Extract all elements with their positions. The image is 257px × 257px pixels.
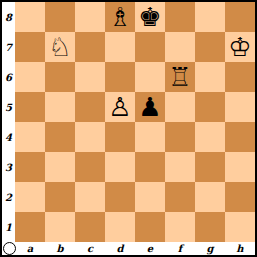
rank-label-6: 6 xyxy=(2,62,15,92)
square-g1[interactable] xyxy=(195,212,225,242)
square-c1[interactable] xyxy=(75,212,105,242)
square-e1[interactable] xyxy=(135,212,165,242)
square-e7[interactable] xyxy=(135,32,165,62)
square-g6[interactable] xyxy=(195,62,225,92)
rank-label-4: 4 xyxy=(2,122,15,152)
square-d7[interactable] xyxy=(105,32,135,62)
square-g4[interactable] xyxy=(195,122,225,152)
rank-labels: 87654321 xyxy=(2,2,15,242)
square-c4[interactable] xyxy=(75,122,105,152)
square-d6[interactable] xyxy=(105,62,135,92)
piece-white-king-h7: ♔ xyxy=(228,32,251,62)
square-e6[interactable] xyxy=(135,62,165,92)
square-g2[interactable] xyxy=(195,182,225,212)
square-h7[interactable]: ♔ xyxy=(225,32,255,62)
square-b8[interactable] xyxy=(45,2,75,32)
piece-white-rook-f6: ♖ xyxy=(168,62,191,92)
square-g8[interactable] xyxy=(195,2,225,32)
piece-black-pawn-e5: ♟ xyxy=(138,92,161,122)
file-label-f: f xyxy=(165,242,195,255)
square-c6[interactable] xyxy=(75,62,105,92)
square-f3[interactable] xyxy=(165,152,195,182)
file-label-b: b xyxy=(45,242,75,255)
square-b2[interactable] xyxy=(45,182,75,212)
square-d4[interactable] xyxy=(105,122,135,152)
rank-label-3: 3 xyxy=(2,152,15,182)
square-h8[interactable] xyxy=(225,2,255,32)
square-a4[interactable] xyxy=(15,122,45,152)
square-f1[interactable] xyxy=(165,212,195,242)
square-b4[interactable] xyxy=(45,122,75,152)
square-d1[interactable] xyxy=(105,212,135,242)
file-label-d: d xyxy=(105,242,135,255)
rank-label-8: 8 xyxy=(2,2,15,32)
square-h4[interactable] xyxy=(225,122,255,152)
file-label-e: e xyxy=(135,242,165,255)
square-c7[interactable] xyxy=(75,32,105,62)
square-g5[interactable] xyxy=(195,92,225,122)
file-label-h: h xyxy=(225,242,255,255)
square-h6[interactable] xyxy=(225,62,255,92)
file-labels: abcdefgh xyxy=(15,242,255,255)
square-a1[interactable] xyxy=(15,212,45,242)
square-e2[interactable] xyxy=(135,182,165,212)
file-label-a: a xyxy=(15,242,45,255)
white-to-move-indicator xyxy=(3,242,16,255)
square-e3[interactable] xyxy=(135,152,165,182)
square-a7[interactable] xyxy=(15,32,45,62)
chessboard: ♗♚♘♔♖♙♟ xyxy=(15,2,255,242)
square-b3[interactable] xyxy=(45,152,75,182)
square-b7[interactable]: ♘ xyxy=(45,32,75,62)
rank-label-2: 2 xyxy=(2,182,15,212)
rank-label-7: 7 xyxy=(2,32,15,62)
piece-black-king-e8: ♚ xyxy=(138,2,161,32)
square-e4[interactable] xyxy=(135,122,165,152)
square-d2[interactable] xyxy=(105,182,135,212)
square-b1[interactable] xyxy=(45,212,75,242)
rank-label-5: 5 xyxy=(2,92,15,122)
square-e5[interactable]: ♟ xyxy=(135,92,165,122)
square-h3[interactable] xyxy=(225,152,255,182)
piece-white-knight-b7: ♘ xyxy=(48,32,71,62)
square-f5[interactable] xyxy=(165,92,195,122)
square-a2[interactable] xyxy=(15,182,45,212)
square-c2[interactable] xyxy=(75,182,105,212)
square-d8[interactable]: ♗ xyxy=(105,2,135,32)
piece-white-bishop-d8: ♗ xyxy=(108,2,131,32)
square-g3[interactable] xyxy=(195,152,225,182)
square-a6[interactable] xyxy=(15,62,45,92)
square-b5[interactable] xyxy=(45,92,75,122)
diagram-inner: 87654321 ♗♚♘♔♖♙♟ abcdefgh xyxy=(2,2,255,255)
square-c3[interactable] xyxy=(75,152,105,182)
square-a8[interactable] xyxy=(15,2,45,32)
square-f7[interactable] xyxy=(165,32,195,62)
square-h2[interactable] xyxy=(225,182,255,212)
square-h5[interactable] xyxy=(225,92,255,122)
square-c5[interactable] xyxy=(75,92,105,122)
square-d5[interactable]: ♙ xyxy=(105,92,135,122)
square-b6[interactable] xyxy=(45,62,75,92)
chess-diagram: 87654321 ♗♚♘♔♖♙♟ abcdefgh xyxy=(0,0,257,257)
square-h1[interactable] xyxy=(225,212,255,242)
square-a5[interactable] xyxy=(15,92,45,122)
square-f6[interactable]: ♖ xyxy=(165,62,195,92)
file-label-c: c xyxy=(75,242,105,255)
square-g7[interactable] xyxy=(195,32,225,62)
file-label-g: g xyxy=(195,242,225,255)
square-f2[interactable] xyxy=(165,182,195,212)
square-c8[interactable] xyxy=(75,2,105,32)
square-e8[interactable]: ♚ xyxy=(135,2,165,32)
square-a3[interactable] xyxy=(15,152,45,182)
rank-label-1: 1 xyxy=(2,212,15,242)
square-f8[interactable] xyxy=(165,2,195,32)
piece-white-pawn-d5: ♙ xyxy=(108,92,131,122)
square-d3[interactable] xyxy=(105,152,135,182)
square-f4[interactable] xyxy=(165,122,195,152)
